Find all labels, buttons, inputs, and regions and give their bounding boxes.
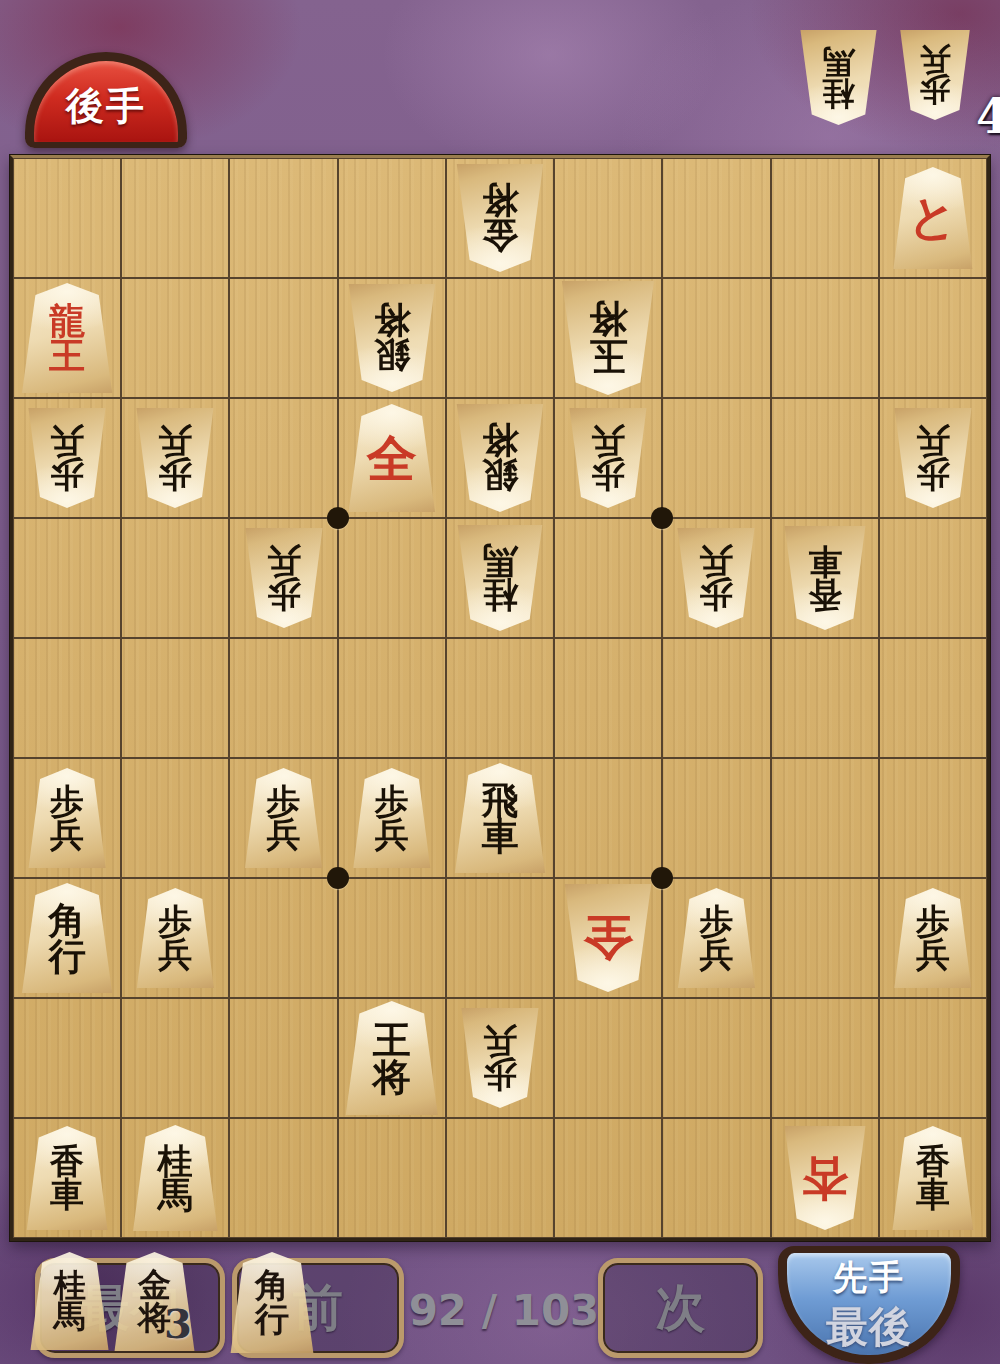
piece-kanji: 歩 xyxy=(158,458,192,491)
piece-kanji: 桂 xyxy=(823,78,855,109)
piece-kanji: 桂 xyxy=(158,1144,193,1178)
piece-kanji: 歩 xyxy=(699,578,733,611)
shogi-piece-gote-2i[interactable]: 杏 xyxy=(782,1126,868,1230)
piece-kanji: 杏 xyxy=(802,1155,848,1200)
board-cell[interactable] xyxy=(554,998,662,1118)
board-cell[interactable]: 歩兵 xyxy=(13,758,121,878)
board-cell[interactable] xyxy=(13,518,121,638)
shogi-piece-gote-5c[interactable]: 銀将 xyxy=(454,404,546,512)
piece-kanji: 香 xyxy=(50,1145,84,1178)
board-cell[interactable]: 歩兵 xyxy=(229,518,337,638)
board-cell[interactable] xyxy=(662,758,770,878)
board-cell[interactable]: 杏 xyxy=(771,1118,879,1238)
piece-kanji: 桂 xyxy=(482,578,517,612)
board-cell[interactable] xyxy=(229,998,337,1118)
piece-kanji: 車 xyxy=(808,545,842,578)
piece-kanji: 兵 xyxy=(158,425,192,458)
board-cell[interactable] xyxy=(338,878,446,998)
board-cell[interactable] xyxy=(446,638,554,758)
piece-kanji: 将 xyxy=(482,423,518,458)
shogi-piece-sente-9g[interactable]: 角行 xyxy=(19,883,115,993)
piece-kanji: 香 xyxy=(916,1145,950,1178)
piece-kanji: 兵 xyxy=(920,45,951,75)
piece-kanji: 全 xyxy=(367,434,417,483)
piece-kanji: 兵 xyxy=(375,818,409,851)
piece-kanji: 金 xyxy=(138,1269,171,1301)
board-cell[interactable] xyxy=(554,1118,662,1238)
board-cell[interactable] xyxy=(13,998,121,1118)
board-cell[interactable]: 香車 xyxy=(13,1118,121,1238)
last-move-button[interactable]: 最後 xyxy=(826,1299,912,1355)
piece-kanji: 将 xyxy=(589,301,627,338)
board-cell[interactable] xyxy=(121,278,229,398)
board-cell[interactable]: 歩兵 xyxy=(13,398,121,518)
piece-kanji: 歩 xyxy=(591,458,625,491)
board-cell[interactable]: 全 xyxy=(338,398,446,518)
board-cell[interactable]: 桂馬 xyxy=(121,1118,229,1238)
piece-kanji: 全 xyxy=(583,914,633,963)
board-cell[interactable] xyxy=(446,878,554,998)
piece-kanji: 兵 xyxy=(699,545,733,578)
shogi-piece-gote-4b[interactable]: 玉将 xyxy=(559,281,657,395)
board-cell[interactable] xyxy=(446,278,554,398)
piece-kanji: 車 xyxy=(50,1178,84,1211)
move-counter: 92 / 103 xyxy=(404,1286,604,1335)
board-cell[interactable] xyxy=(879,998,987,1118)
piece-kanji: 角 xyxy=(255,1269,289,1302)
board-cell[interactable] xyxy=(229,398,337,518)
shogi-piece-gote-9c[interactable]: 歩兵 xyxy=(26,408,108,508)
piece-kanji: 将 xyxy=(374,303,410,338)
piece-kanji: 歩 xyxy=(920,75,951,105)
piece-kanji: 馬 xyxy=(158,1178,193,1212)
shogi-app-screen: 後手 桂馬歩兵4 金将と龍王銀将玉将歩兵歩兵全銀将歩兵歩兵歩兵桂馬歩兵香車歩兵歩… xyxy=(0,0,1000,1364)
shogi-piece-sente-1a[interactable]: と xyxy=(891,167,975,269)
board-cell[interactable] xyxy=(121,638,229,758)
piece-kanji: 兵 xyxy=(267,545,301,578)
piece-kanji: 兵 xyxy=(483,1025,517,1058)
board-cell[interactable] xyxy=(662,398,770,518)
piece-kanji: 歩 xyxy=(483,1058,517,1091)
star-point xyxy=(651,867,673,889)
board-cell[interactable]: 香車 xyxy=(771,518,879,638)
board-cell[interactable]: 歩兵 xyxy=(879,398,987,518)
board-cell[interactable]: 歩兵 xyxy=(338,758,446,878)
board-cell[interactable] xyxy=(879,518,987,638)
shogi-piece-sente-9b[interactable]: 龍王 xyxy=(19,283,115,393)
piece-kanji: 兵 xyxy=(158,938,192,971)
piece-kanji: 歩 xyxy=(916,905,950,938)
piece-kanji: 飛 xyxy=(481,782,518,818)
board-cell[interactable] xyxy=(121,158,229,278)
board-cell[interactable] xyxy=(13,158,121,278)
piece-kanji: 歩 xyxy=(50,458,84,491)
board-cell[interactable]: 角行 xyxy=(13,878,121,998)
board-cell[interactable] xyxy=(229,158,337,278)
piece-kanji: 馬 xyxy=(482,544,517,578)
board-cell[interactable]: と xyxy=(879,158,987,278)
shogi-piece-sente-6h[interactable]: 王将 xyxy=(343,1001,441,1115)
shogi-piece-gote-3d[interactable]: 歩兵 xyxy=(675,528,757,628)
sente-player-badge: 先手 最後 xyxy=(778,1246,960,1364)
shogi-piece-gote-4g[interactable]: 全 xyxy=(562,884,654,992)
board-cell[interactable] xyxy=(771,158,879,278)
board-cell[interactable] xyxy=(771,398,879,518)
shogi-piece-sente-9f[interactable]: 歩兵 xyxy=(26,768,108,868)
piece-kanji: 兵 xyxy=(591,425,625,458)
board-cell[interactable] xyxy=(662,158,770,278)
board-cell[interactable] xyxy=(229,638,337,758)
board-cell[interactable] xyxy=(879,638,987,758)
board-cell[interactable] xyxy=(771,638,879,758)
shogi-piece-gote-5h[interactable]: 歩兵 xyxy=(459,1008,541,1108)
board-cell[interactable] xyxy=(771,278,879,398)
board-cell[interactable]: 桂馬 xyxy=(446,518,554,638)
shogi-piece-gote-2d[interactable]: 香車 xyxy=(782,526,868,630)
board-cell[interactable] xyxy=(554,638,662,758)
piece-kanji: 銀 xyxy=(482,458,518,493)
piece-kanji: 金 xyxy=(482,218,518,253)
board-cell[interactable]: 歩兵 xyxy=(662,878,770,998)
shogi-piece-gote-5a[interactable]: 金将 xyxy=(454,164,546,272)
star-point xyxy=(327,867,349,889)
board-cell[interactable]: 歩兵 xyxy=(554,398,662,518)
piece-kanji: 王 xyxy=(373,1021,411,1058)
board-cell[interactable]: 歩兵 xyxy=(662,518,770,638)
piece-kanji: 兵 xyxy=(50,425,84,458)
board-cell[interactable] xyxy=(662,1118,770,1238)
board-cell[interactable]: 歩兵 xyxy=(879,878,987,998)
board-cell[interactable] xyxy=(338,158,446,278)
piece-kanji: と xyxy=(908,194,957,241)
shogi-piece-sente-8g[interactable]: 歩兵 xyxy=(134,888,216,988)
piece-kanji: 兵 xyxy=(699,938,733,971)
board-cell[interactable] xyxy=(554,518,662,638)
next-move-label: 次 xyxy=(656,1275,706,1342)
piece-kanji: 歩 xyxy=(699,905,733,938)
shogi-piece-gote-5d[interactable]: 桂馬 xyxy=(455,525,545,631)
board-cell[interactable] xyxy=(229,278,337,398)
board-cell[interactable]: 全 xyxy=(554,878,662,998)
piece-kanji: 将 xyxy=(482,183,518,218)
piece-kanji: 行 xyxy=(255,1303,289,1336)
piece-kanji: 角 xyxy=(49,902,86,938)
piece-kanji: 銀 xyxy=(374,338,410,373)
gote-label: 後手 xyxy=(66,81,146,132)
sente-label: 先手 xyxy=(833,1255,905,1301)
shogi-piece-gote-hand0[interactable]: 桂馬 xyxy=(798,30,879,125)
shogi-piece-sente-6c[interactable]: 全 xyxy=(346,404,438,512)
board-cell[interactable] xyxy=(554,758,662,878)
board-cell[interactable] xyxy=(879,758,987,878)
board-cell[interactable] xyxy=(662,998,770,1118)
board-cell[interactable]: 歩兵 xyxy=(121,398,229,518)
board-cell[interactable] xyxy=(554,158,662,278)
piece-kanji: 玉 xyxy=(589,338,627,375)
star-point xyxy=(327,507,349,529)
piece-kanji: 香 xyxy=(808,578,842,611)
gote-hand-count: 4 xyxy=(976,88,1000,144)
board-cell[interactable] xyxy=(338,518,446,638)
piece-kanji: 兵 xyxy=(267,818,301,851)
piece-kanji: 兵 xyxy=(916,938,950,971)
piece-kanji: 歩 xyxy=(375,785,409,818)
shogi-piece-gote-7d[interactable]: 歩兵 xyxy=(243,528,325,628)
shogi-piece-sente-7f[interactable]: 歩兵 xyxy=(243,768,325,868)
piece-kanji: 馬 xyxy=(54,1301,86,1332)
piece-kanji: 車 xyxy=(481,818,518,854)
board-cell[interactable]: 歩兵 xyxy=(229,758,337,878)
piece-kanji: 歩 xyxy=(916,458,950,491)
sente-hand-count: 3 xyxy=(164,1300,192,1347)
board-cell[interactable] xyxy=(121,518,229,638)
shogi-piece-sente-3g[interactable]: 歩兵 xyxy=(675,888,757,988)
shogi-piece-sente-1g[interactable]: 歩兵 xyxy=(892,888,974,988)
shogi-piece-sente-9i[interactable]: 香車 xyxy=(24,1126,110,1230)
piece-kanji: 歩 xyxy=(50,785,84,818)
shogi-piece-gote-6b[interactable]: 銀将 xyxy=(346,284,438,392)
shogi-piece-gote-1c[interactable]: 歩兵 xyxy=(892,408,974,508)
board-cell[interactable]: 香車 xyxy=(879,1118,987,1238)
piece-kanji: 龍 xyxy=(49,303,85,338)
board-cell[interactable] xyxy=(771,998,879,1118)
board-cell[interactable]: 王将 xyxy=(338,998,446,1118)
board-cell[interactable]: 飛車 xyxy=(446,758,554,878)
board-cell[interactable] xyxy=(446,1118,554,1238)
piece-kanji: 王 xyxy=(49,338,85,373)
board-cell[interactable] xyxy=(662,638,770,758)
shogi-piece-gote-4c[interactable]: 歩兵 xyxy=(567,408,649,508)
board-cell[interactable] xyxy=(771,878,879,998)
shogi-board[interactable]: 金将と龍王銀将玉将歩兵歩兵全銀将歩兵歩兵歩兵桂馬歩兵香車歩兵歩兵歩兵飛車角行歩兵… xyxy=(10,155,990,1241)
board-cell[interactable] xyxy=(338,638,446,758)
board-cell[interactable]: 銀将 xyxy=(446,398,554,518)
board-cell[interactable] xyxy=(338,1118,446,1238)
piece-kanji: 歩 xyxy=(267,785,301,818)
piece-kanji: 馬 xyxy=(823,46,855,77)
board-cell[interactable]: 銀将 xyxy=(338,278,446,398)
gote-player-badge: 後手 xyxy=(25,52,187,148)
piece-kanji: 行 xyxy=(49,938,86,974)
piece-kanji: 歩 xyxy=(267,578,301,611)
board-cell[interactable]: 歩兵 xyxy=(121,878,229,998)
shogi-piece-sente-5f[interactable]: 飛車 xyxy=(452,763,548,873)
piece-kanji: 車 xyxy=(916,1178,950,1211)
board-cell[interactable]: 玉将 xyxy=(554,278,662,398)
board-cell[interactable]: 歩兵 xyxy=(446,998,554,1118)
shogi-piece-gote-hand1[interactable]: 歩兵 xyxy=(898,30,972,120)
board-cell[interactable] xyxy=(662,278,770,398)
board-cell[interactable] xyxy=(13,638,121,758)
board-cell[interactable]: 龍王 xyxy=(13,278,121,398)
piece-kanji: 歩 xyxy=(158,905,192,938)
board-cell[interactable] xyxy=(121,998,229,1118)
shogi-piece-sente-8i[interactable]: 桂馬 xyxy=(130,1125,220,1231)
shogi-piece-gote-8c[interactable]: 歩兵 xyxy=(134,408,216,508)
piece-kanji: 兵 xyxy=(916,425,950,458)
board-cell[interactable] xyxy=(771,758,879,878)
board-cell[interactable] xyxy=(229,1118,337,1238)
next-move-button[interactable]: 次 xyxy=(598,1258,763,1358)
board-cell[interactable] xyxy=(879,278,987,398)
board-cell[interactable]: 金将 xyxy=(446,158,554,278)
shogi-piece-sente-1i[interactable]: 香車 xyxy=(890,1126,976,1230)
star-point xyxy=(651,507,673,529)
piece-kanji: 兵 xyxy=(50,818,84,851)
shogi-piece-sente-6f[interactable]: 歩兵 xyxy=(351,768,433,868)
board-cell[interactable] xyxy=(121,758,229,878)
piece-kanji: 将 xyxy=(373,1058,411,1095)
board-cell[interactable] xyxy=(229,878,337,998)
